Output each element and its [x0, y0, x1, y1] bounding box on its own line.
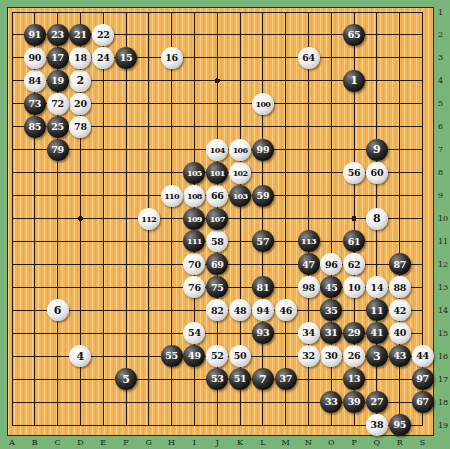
move-number: 85: [28, 122, 41, 132]
move-number: 10: [348, 283, 361, 293]
move-number: 107: [210, 215, 225, 223]
move-number: 56: [348, 168, 361, 178]
stone: 46: [275, 299, 297, 321]
stone: 41: [366, 322, 388, 344]
move-number: 76: [188, 283, 201, 293]
move-number: 3: [373, 351, 381, 362]
row-label: 8: [438, 168, 450, 178]
move-number: 29: [348, 328, 361, 338]
move-number: 100: [255, 100, 270, 108]
stone: 107: [206, 208, 228, 230]
stone: 7: [252, 368, 274, 390]
column-label: P: [347, 438, 361, 447]
column-label: B: [28, 438, 42, 447]
column-label: M: [279, 438, 293, 447]
move-number: 98: [302, 283, 315, 293]
move-number: 47: [302, 260, 315, 270]
move-number: 17: [51, 53, 64, 63]
move-number: 78: [74, 122, 87, 132]
column-label: O: [324, 438, 338, 447]
move-number: 33: [325, 397, 338, 407]
stone: 109: [183, 208, 205, 230]
move-number: 87: [393, 260, 406, 270]
move-number: 59: [257, 191, 270, 201]
stone: 25: [47, 116, 69, 138]
move-number: 43: [393, 351, 406, 361]
move-number: 9: [373, 144, 381, 155]
stone: 95: [389, 414, 411, 436]
move-number: 112: [141, 215, 156, 223]
move-number: 37: [279, 374, 292, 384]
stone: 22: [92, 24, 114, 46]
stone: 55: [161, 345, 183, 367]
move-number: 53: [211, 374, 224, 384]
stone: 40: [389, 322, 411, 344]
stone: 85: [24, 116, 46, 138]
stone: 97: [412, 368, 434, 390]
move-number: 51: [234, 374, 247, 384]
row-label: 13: [438, 283, 450, 293]
stone: 3: [366, 345, 388, 367]
move-number: 40: [393, 328, 406, 338]
stone: 56: [343, 162, 365, 184]
move-number: 45: [325, 283, 338, 293]
move-number: 32: [302, 351, 315, 361]
column-label: Q: [370, 438, 384, 447]
move-number: 2: [77, 75, 85, 86]
row-label: 14: [438, 306, 450, 316]
column-label: F: [119, 438, 133, 447]
move-number: 90: [28, 53, 41, 63]
stone: 27: [366, 391, 388, 413]
move-number: 41: [371, 328, 384, 338]
row-label: 17: [438, 375, 450, 385]
move-number: 103: [233, 192, 248, 200]
move-number: 55: [165, 351, 178, 361]
move-number: 66: [211, 191, 224, 201]
stone: 43: [389, 345, 411, 367]
row-label: 11: [438, 237, 450, 247]
move-number: 8: [373, 213, 381, 224]
column-label: C: [51, 438, 65, 447]
column-label: L: [256, 438, 270, 447]
column-label: G: [142, 438, 156, 447]
stone: 108: [183, 185, 205, 207]
stone: 59: [252, 185, 274, 207]
move-number: 19: [51, 76, 64, 86]
move-number: 97: [416, 374, 429, 384]
move-number: 93: [257, 328, 270, 338]
stone: 37: [275, 368, 297, 390]
move-number: 75: [211, 283, 224, 293]
move-number: 14: [371, 283, 384, 293]
move-number: 39: [348, 397, 361, 407]
move-number: 72: [51, 99, 64, 109]
stone: 84: [24, 70, 46, 92]
move-number: 5: [122, 374, 130, 385]
row-label: 19: [438, 421, 450, 431]
move-number: 108: [187, 192, 202, 200]
move-number: 101: [210, 169, 225, 177]
move-number: 111: [187, 237, 202, 245]
column-label: E: [96, 438, 110, 447]
move-number: 82: [211, 306, 224, 316]
move-number: 110: [164, 192, 179, 200]
stone: 90: [24, 47, 46, 69]
stone: 9: [366, 139, 388, 161]
column-label: A: [5, 438, 19, 447]
move-number: 60: [371, 168, 384, 178]
stone: 73: [24, 93, 46, 115]
stone: 98: [298, 276, 320, 298]
move-number: 102: [233, 169, 248, 177]
stone: 87: [389, 253, 411, 275]
move-number: 67: [416, 397, 429, 407]
row-label: 2: [438, 30, 450, 40]
move-number: 13: [348, 374, 361, 384]
move-number: 58: [211, 237, 224, 247]
row-label: 16: [438, 352, 450, 362]
stone: 24: [92, 47, 114, 69]
move-number: 16: [165, 53, 178, 63]
move-number: 49: [188, 351, 201, 361]
stone: 110: [161, 185, 183, 207]
column-label: H: [165, 438, 179, 447]
move-number: 88: [393, 283, 406, 293]
move-number: 50: [234, 351, 247, 361]
row-label: 4: [438, 76, 450, 86]
move-number: 48: [234, 306, 247, 316]
move-number: 42: [393, 306, 406, 316]
move-number: 94: [257, 306, 270, 316]
row-label: 12: [438, 260, 450, 270]
stone: 103: [229, 185, 251, 207]
stone: 100: [252, 93, 274, 115]
stone: 104: [206, 139, 228, 161]
move-number: 1: [350, 75, 358, 86]
stone: 1: [343, 70, 365, 92]
move-number: 84: [28, 76, 41, 86]
row-label: 15: [438, 329, 450, 339]
move-number: 25: [51, 122, 64, 132]
stone: 44: [412, 345, 434, 367]
stone: 17: [47, 47, 69, 69]
column-label: J: [210, 438, 224, 447]
move-number: 54: [188, 328, 201, 338]
move-number: 21: [74, 30, 87, 40]
move-number: 81: [257, 283, 270, 293]
move-number: 7: [259, 374, 267, 385]
move-number: 64: [302, 53, 315, 63]
move-number: 109: [187, 215, 202, 223]
move-number: 6: [54, 305, 62, 316]
stone: 105: [183, 162, 205, 184]
column-label: D: [73, 438, 87, 447]
stone: 88: [389, 276, 411, 298]
stone: 67: [412, 391, 434, 413]
stone: 42: [389, 299, 411, 321]
move-number: 26: [348, 351, 361, 361]
stone: 6: [47, 299, 69, 321]
move-number: 35: [325, 306, 338, 316]
move-number: 61: [348, 237, 361, 247]
move-number: 15: [120, 53, 133, 63]
move-number: 79: [51, 145, 64, 155]
move-number: 30: [325, 351, 338, 361]
stone: 78: [69, 116, 91, 138]
move-number: 4: [77, 351, 85, 362]
stone: 79: [47, 139, 69, 161]
move-number: 27: [371, 397, 384, 407]
column-label: S: [416, 438, 430, 447]
stone: 64: [298, 47, 320, 69]
stone: 23: [47, 24, 69, 46]
move-number: 106: [233, 146, 248, 154]
move-number: 22: [97, 30, 110, 40]
move-number: 23: [51, 30, 64, 40]
move-number: 70: [188, 260, 201, 270]
move-number: 91: [28, 30, 41, 40]
move-number: 104: [210, 146, 225, 154]
move-number: 95: [393, 420, 406, 430]
stone: 106: [229, 139, 251, 161]
stone: 113: [298, 230, 320, 252]
move-number: 24: [97, 53, 110, 63]
move-number: 65: [348, 30, 361, 40]
stone: 102: [229, 162, 251, 184]
column-label: I: [187, 438, 201, 447]
row-label: 10: [438, 214, 450, 224]
stone: 39: [343, 391, 365, 413]
stone: 34: [298, 322, 320, 344]
stone: 8: [366, 208, 388, 230]
row-label: 6: [438, 122, 450, 132]
row-label: 1: [438, 8, 450, 18]
column-label: N: [302, 438, 316, 447]
stone: 5: [115, 368, 137, 390]
move-number: 11: [371, 306, 384, 316]
move-number: 113: [301, 237, 316, 245]
stone: 60: [366, 162, 388, 184]
move-number: 73: [28, 99, 41, 109]
stone: 66: [206, 185, 228, 207]
stone: 72: [47, 93, 69, 115]
stone: 99: [252, 139, 274, 161]
move-number: 96: [325, 260, 338, 270]
stone: 38: [366, 414, 388, 436]
stone: 93: [252, 322, 274, 344]
stone: 112: [138, 208, 160, 230]
move-number: 99: [257, 145, 270, 155]
stone: 16: [161, 47, 183, 69]
go-diagram: 1234567891011131415161718192021222324252…: [0, 0, 450, 449]
move-number: 20: [74, 99, 87, 109]
row-label: 7: [438, 145, 450, 155]
stone: 32: [298, 345, 320, 367]
move-number: 31: [325, 328, 338, 338]
column-label: K: [233, 438, 247, 447]
stone: 15: [115, 47, 137, 69]
move-number: 46: [279, 306, 292, 316]
move-number: 62: [348, 260, 361, 270]
stone: 101: [206, 162, 228, 184]
move-number: 105: [187, 169, 202, 177]
move-number: 52: [211, 351, 224, 361]
stone: 19: [47, 70, 69, 92]
move-number: 18: [74, 53, 87, 63]
row-label: 9: [438, 191, 450, 201]
row-label: 3: [438, 53, 450, 63]
stone: 91: [24, 24, 46, 46]
move-number: 57: [257, 237, 270, 247]
row-label: 18: [438, 398, 450, 408]
row-label: 5: [438, 99, 450, 109]
stone: 65: [343, 24, 365, 46]
move-number: 69: [211, 260, 224, 270]
move-number: 34: [302, 328, 315, 338]
move-number: 38: [371, 420, 384, 430]
stone: 47: [298, 253, 320, 275]
move-number: 44: [416, 351, 429, 361]
column-label: R: [393, 438, 407, 447]
